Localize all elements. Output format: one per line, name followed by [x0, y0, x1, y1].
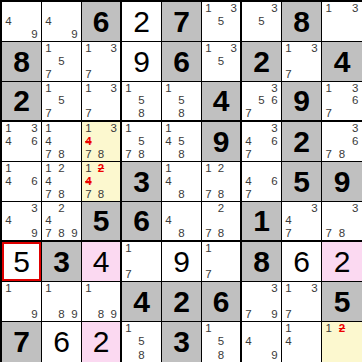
candidate-8: 8 — [175, 188, 188, 201]
cell-r3c9[interactable]: 1367 — [322, 82, 362, 122]
candidate-7: 7 — [322, 227, 335, 240]
cell-r3c3[interactable]: 137 — [82, 82, 122, 122]
candidate-4: 4 — [282, 335, 295, 348]
cell-r8c5[interactable]: 2 — [162, 282, 202, 322]
candidate-1: 1 — [42, 162, 55, 175]
candidate-9: 9 — [68, 227, 81, 240]
cell-r7c5[interactable]: 9 — [162, 242, 202, 282]
cell-r6c4[interactable]: 6 — [122, 202, 162, 242]
candidate-3: 3 — [308, 202, 321, 215]
cell-r3c1[interactable]: 2 — [2, 82, 42, 122]
pencilmarks: 49 — [2, 2, 41, 41]
candidate-8: 8 — [175, 148, 188, 161]
candidate-3: 3 — [107, 42, 120, 55]
pencilmarks: 347 — [282, 202, 321, 240]
candidate-6: 6 — [28, 175, 41, 188]
candidate-3: 3 — [28, 202, 41, 215]
candidate-7: 7 — [82, 188, 95, 201]
cell-r2c8[interactable]: 137 — [282, 42, 322, 82]
candidate-8: 8 — [175, 107, 188, 120]
candidate-1: 1 — [282, 322, 295, 335]
cell-r5c1[interactable]: 146 — [2, 162, 42, 202]
cell-r1c6[interactable]: 135 — [202, 2, 242, 42]
pencilmarks: 158 — [162, 82, 201, 120]
candidate-1: 1 — [202, 2, 215, 15]
candidate-7: 7 — [202, 227, 215, 240]
cell-r2c9[interactable]: 4 — [322, 42, 362, 82]
pencilmarks: 17 — [122, 242, 161, 281]
candidate-4: 4 — [42, 175, 55, 188]
pencilmarks: 158 — [122, 322, 161, 362]
candidate-4: 4 — [242, 335, 255, 348]
cell-r6c5[interactable]: 48 — [162, 202, 202, 242]
given-digit: 8 — [242, 242, 281, 281]
cell-r1c2[interactable]: 49 — [42, 2, 82, 42]
cell-r7c1-selected[interactable]: 5 — [2, 242, 42, 282]
candidate-7: 7 — [82, 148, 95, 161]
cell-r6c1[interactable]: 349 — [2, 202, 42, 242]
cell-r8c2[interactable]: 189 — [42, 282, 82, 322]
candidate-5: 5 — [215, 335, 228, 348]
candidate-6: 6 — [268, 95, 281, 108]
cell-r4c9[interactable]: 3678 — [322, 122, 362, 162]
candidate-4: 4 — [42, 215, 55, 228]
pencilmarks: 278 — [202, 202, 240, 240]
cell-r4c2[interactable]: 1478 — [42, 122, 82, 162]
pencilmarks: 1367 — [322, 82, 362, 120]
candidate-3: 3 — [308, 282, 321, 295]
given-digit: 5 — [82, 202, 120, 240]
given-digit: 2 — [282, 122, 321, 161]
candidate-5: 5 — [55, 55, 68, 68]
candidate-9: 9 — [268, 349, 281, 362]
candidate-6: 6 — [268, 175, 281, 188]
candidate-8: 8 — [215, 227, 228, 240]
cell-r7c8[interactable]: 6 — [282, 242, 322, 282]
candidate-7: 7 — [122, 268, 135, 281]
candidate-5: 5 — [135, 135, 148, 148]
candidate-6: 6 — [349, 135, 362, 148]
candidate-1: 1 — [322, 322, 335, 335]
candidate-8: 8 — [215, 188, 228, 201]
given-digit: 9 — [202, 122, 240, 161]
pencilmarks: 17 — [202, 242, 240, 281]
cell-r8c9[interactable]: 5 — [322, 282, 362, 322]
pencilmarks: 157 — [42, 82, 81, 120]
cell-r1c3[interactable]: 6 — [82, 2, 122, 42]
cell-r5c5[interactable]: 148 — [162, 162, 202, 202]
candidate-8: 8 — [55, 227, 68, 240]
candidate-7: 7 — [82, 107, 95, 120]
candidate-3: 3 — [268, 122, 281, 135]
given-digit: 1 — [242, 202, 281, 240]
cell-r9c8[interactable]: 14 — [282, 322, 322, 362]
cell-r3c8[interactable]: 9 — [282, 82, 322, 122]
candidate-7: 7 — [42, 68, 55, 81]
cell-r7c2[interactable]: 3 — [42, 242, 82, 282]
cell-r2c3[interactable]: 137 — [82, 42, 122, 82]
candidate-8: 8 — [95, 308, 108, 321]
pencilmarks: 135 — [202, 2, 240, 41]
candidate-3: 3 — [227, 2, 240, 15]
candidate-8: 8 — [175, 227, 188, 240]
given-digit: 4 — [202, 82, 240, 120]
cell-r7c4[interactable]: 17 — [122, 242, 162, 282]
pencilmarks: 3678 — [322, 122, 362, 161]
cell-r3c4[interactable]: 158 — [122, 82, 162, 122]
given-digit: 3 — [42, 242, 81, 281]
cell-r2c6[interactable]: 135 — [202, 42, 242, 82]
candidate-7: 7 — [202, 188, 215, 201]
given-digit: 2 — [2, 82, 41, 120]
cell-r6c6[interactable]: 278 — [202, 202, 242, 242]
candidate-1: 1 — [2, 282, 15, 295]
candidate-7: 7 — [282, 68, 295, 81]
solved-digit: 2 — [122, 2, 161, 41]
given-digit: 3 — [162, 322, 201, 362]
cell-r4c1[interactable]: 1346 — [2, 122, 42, 162]
candidate-4: 4 — [2, 135, 15, 148]
candidate-7: 7 — [282, 308, 295, 321]
candidate-2: 2 — [55, 202, 68, 215]
candidate-3: 3 — [268, 282, 281, 295]
given-digit: 9 — [282, 82, 321, 120]
pencilmarks: 137 — [82, 82, 120, 120]
candidate-5: 5 — [215, 15, 228, 28]
cell-r2c4[interactable]: 9 — [122, 42, 162, 82]
pencilmarks: 467 — [242, 162, 281, 201]
candidate-4: 4 — [242, 175, 255, 188]
candidate-5: 5 — [55, 95, 68, 108]
candidate-4: 4 — [162, 135, 175, 148]
candidate-9: 9 — [28, 308, 41, 321]
candidate-7: 7 — [322, 148, 335, 161]
candidate-9: 9 — [268, 308, 281, 321]
cell-r5c9[interactable]: 9 — [322, 162, 362, 202]
pencilmarks: 14 — [282, 322, 321, 362]
eliminated-candidate-2: 2 — [335, 322, 348, 335]
candidate-2: 2 — [55, 162, 68, 175]
cell-r8c6[interactable]: 6 — [202, 282, 242, 322]
pencilmarks: 3467 — [242, 122, 281, 161]
candidate-3: 3 — [349, 202, 362, 215]
candidate-1: 1 — [202, 42, 215, 55]
pencilmarks: 146 — [2, 162, 41, 201]
pencilmarks: 48 — [162, 202, 201, 240]
candidate-7: 7 — [202, 268, 215, 281]
candidate-7: 7 — [82, 68, 95, 81]
cell-r5c6[interactable]: 1278 — [202, 162, 242, 202]
given-digit: 4 — [322, 42, 362, 81]
given-digit: 6 — [202, 282, 240, 321]
solved-digit: 6 — [282, 242, 321, 281]
candidate-1: 1 — [2, 162, 15, 175]
candidate-3: 3 — [107, 82, 120, 95]
candidate-7: 7 — [242, 308, 255, 321]
candidate-8: 8 — [55, 308, 68, 321]
pencilmarks: 1578 — [122, 122, 161, 161]
candidate-5: 5 — [215, 55, 228, 68]
candidate-3: 3 — [227, 42, 240, 55]
pencilmarks: 24789 — [42, 202, 81, 240]
cell-r5c2[interactable]: 12478 — [42, 162, 82, 202]
cell-r9c2[interactable]: 6 — [42, 322, 82, 362]
pencilmarks: 189 — [82, 282, 120, 321]
cell-r9c9[interactable]: 12 — [322, 322, 362, 362]
cell-r5c7[interactable]: 467 — [242, 162, 282, 202]
candidate-1: 1 — [82, 162, 95, 175]
candidate-9: 9 — [28, 28, 41, 41]
candidate-4: 4 — [162, 175, 175, 188]
cell-r2c1[interactable]: 8 — [2, 42, 42, 82]
pencilmarks: 137 — [282, 42, 321, 81]
candidate-7: 7 — [242, 148, 255, 161]
candidate-3: 3 — [28, 122, 41, 135]
given-digit: 7 — [2, 322, 41, 362]
pencilmarks: 148 — [162, 162, 201, 201]
solved-digit: 2 — [82, 322, 120, 362]
solved-digit: 2 — [322, 242, 362, 281]
candidate-1: 1 — [82, 282, 95, 295]
eliminated-candidate-2: 2 — [95, 162, 108, 175]
candidate-1: 1 — [82, 42, 95, 55]
candidate-4: 4 — [282, 215, 295, 228]
candidate-7: 7 — [42, 107, 55, 120]
cell-r1c7[interactable]: 35 — [242, 2, 282, 42]
cell-r8c3[interactable]: 189 — [82, 282, 122, 322]
solved-digit: 4 — [82, 242, 120, 281]
candidate-4: 4 — [242, 135, 255, 148]
candidate-1: 1 — [202, 242, 215, 255]
given-digit: 9 — [322, 162, 362, 201]
candidate-4: 4 — [2, 15, 15, 28]
pencilmarks: 1478 — [42, 122, 81, 161]
pencilmarks: 189 — [42, 282, 81, 321]
pencilmarks: 158 — [122, 82, 161, 120]
candidate-5: 5 — [135, 95, 148, 108]
cell-r1c5[interactable]: 7 — [162, 2, 202, 42]
candidate-1: 1 — [122, 322, 135, 335]
given-digit: 8 — [2, 42, 41, 81]
pencilmarks: 17824 — [82, 162, 120, 201]
candidate-3: 3 — [268, 82, 281, 95]
candidate-1: 1 — [162, 162, 175, 175]
pencilmarks: 135 — [202, 42, 240, 81]
cell-r8c4[interactable]: 4 — [122, 282, 162, 322]
cell-r9c4[interactable]: 158 — [122, 322, 162, 362]
pencilmarks: 12478 — [42, 162, 81, 201]
candidate-8: 8 — [335, 148, 348, 161]
candidate-7: 7 — [242, 188, 255, 201]
cell-r9c1[interactable]: 7 — [2, 322, 42, 362]
pencilmarks: 379 — [242, 282, 281, 321]
cell-r8c8[interactable]: 137 — [282, 282, 322, 322]
solved-digit: 9 — [162, 242, 201, 281]
given-digit: 6 — [82, 2, 120, 41]
candidate-1: 1 — [282, 282, 295, 295]
cell-r7c9[interactable]: 2 — [322, 242, 362, 282]
pencilmarks: 3567 — [242, 82, 281, 120]
candidate-3: 3 — [107, 122, 120, 135]
cell-r8c7[interactable]: 379 — [242, 282, 282, 322]
given-digit: 2 — [242, 42, 281, 81]
pencilmarks: 378 — [322, 202, 362, 240]
candidate-8: 8 — [335, 227, 348, 240]
pencilmarks: 137 — [282, 282, 321, 321]
candidate-7: 7 — [42, 227, 55, 240]
candidate-8: 8 — [135, 148, 148, 161]
candidate-9: 9 — [68, 308, 81, 321]
pencilmarks: 35 — [242, 2, 281, 41]
pencilmarks: 1458 — [162, 122, 201, 161]
candidate-1: 1 — [202, 162, 215, 175]
candidate-4: 4 — [2, 175, 15, 188]
eliminated-candidate-4: 4 — [82, 175, 95, 188]
candidate-9: 9 — [28, 227, 41, 240]
cell-r5c8[interactable]: 5 — [282, 162, 322, 202]
eliminated-candidate-4: 4 — [82, 135, 95, 148]
candidate-5: 5 — [135, 335, 148, 348]
candidate-5: 5 — [175, 135, 188, 148]
pencilmarks: 1346 — [2, 122, 41, 161]
cell-r2c5[interactable]: 6 — [162, 42, 202, 82]
solved-digit: 5 — [2, 242, 41, 281]
candidate-1: 1 — [122, 242, 135, 255]
cell-r6c9[interactable]: 378 — [322, 202, 362, 242]
candidate-1: 1 — [42, 282, 55, 295]
candidate-3: 3 — [349, 122, 362, 135]
candidate-1: 1 — [42, 122, 55, 135]
candidate-5: 5 — [255, 15, 268, 28]
candidate-3: 3 — [349, 82, 362, 95]
candidate-1: 1 — [42, 82, 55, 95]
cell-r9c5[interactable]: 3 — [162, 322, 202, 362]
candidate-3: 3 — [268, 2, 281, 15]
given-digit: 3 — [122, 162, 161, 201]
cell-r7c3[interactable]: 4 — [82, 242, 122, 282]
cell-r6c3[interactable]: 5 — [82, 202, 122, 242]
pencilmarks: 12 — [322, 322, 362, 362]
candidate-1: 1 — [42, 42, 55, 55]
candidate-1: 1 — [322, 82, 335, 95]
cell-r4c8[interactable]: 2 — [282, 122, 322, 162]
candidate-4: 4 — [42, 15, 55, 28]
cell-r6c8[interactable]: 347 — [282, 202, 322, 242]
sudoku-board: 4949627135358138157137961352137421571371… — [0, 0, 362, 362]
candidate-1: 1 — [162, 122, 175, 135]
cell-r4c5[interactable]: 1458 — [162, 122, 202, 162]
solved-digit: 6 — [42, 322, 81, 362]
given-digit: 5 — [322, 282, 362, 321]
cell-r7c6[interactable]: 17 — [202, 242, 242, 282]
cell-r3c2[interactable]: 157 — [42, 82, 82, 122]
candidate-1: 1 — [82, 122, 95, 135]
candidate-1: 1 — [202, 322, 215, 335]
solved-digit: 9 — [122, 42, 161, 81]
candidate-3: 3 — [308, 42, 321, 55]
given-digit: 6 — [122, 202, 161, 240]
candidate-7: 7 — [282, 227, 295, 240]
cell-r5c4[interactable]: 3 — [122, 162, 162, 202]
candidate-9: 9 — [107, 308, 120, 321]
candidate-1: 1 — [122, 122, 135, 135]
candidate-1: 1 — [2, 122, 15, 135]
candidate-9: 9 — [68, 28, 81, 41]
pencilmarks: 157 — [42, 42, 81, 81]
candidate-2: 2 — [215, 202, 228, 215]
cell-r3c5[interactable]: 158 — [162, 82, 202, 122]
cell-r2c2[interactable]: 157 — [42, 42, 82, 82]
pencilmarks: 158 — [202, 322, 240, 362]
candidate-7: 7 — [42, 188, 55, 201]
candidate-3: 3 — [349, 2, 362, 15]
pencilmarks: 137 — [82, 42, 120, 81]
cell-r4c7[interactable]: 3467 — [242, 122, 282, 162]
candidate-7: 7 — [242, 107, 255, 120]
candidate-6: 6 — [268, 135, 281, 148]
pencilmarks: 19 — [2, 282, 41, 321]
candidate-2: 2 — [215, 162, 228, 175]
candidate-8: 8 — [215, 349, 228, 362]
candidate-8: 8 — [55, 188, 68, 201]
cell-r1c8[interactable]: 8 — [282, 2, 322, 42]
cell-r4c4[interactable]: 1578 — [122, 122, 162, 162]
candidate-1: 1 — [322, 2, 335, 15]
candidate-4: 4 — [162, 215, 175, 228]
cell-r6c2[interactable]: 24789 — [42, 202, 82, 242]
cell-r3c6[interactable]: 4 — [202, 82, 242, 122]
cell-r7c7[interactable]: 8 — [242, 242, 282, 282]
candidate-5: 5 — [255, 95, 268, 108]
cell-r5c3[interactable]: 17824 — [82, 162, 122, 202]
candidate-7: 7 — [322, 107, 335, 120]
given-digit: 4 — [122, 282, 161, 321]
candidate-8: 8 — [55, 148, 68, 161]
given-digit: 7 — [162, 2, 201, 41]
candidate-8: 8 — [95, 148, 108, 161]
cell-r1c4[interactable]: 2 — [122, 2, 162, 42]
pencilmarks: 349 — [2, 202, 41, 240]
candidate-1: 1 — [282, 42, 295, 55]
cell-r4c3[interactable]: 13784 — [82, 122, 122, 162]
candidate-7: 7 — [42, 148, 55, 161]
given-digit: 8 — [282, 2, 321, 41]
candidate-4: 4 — [42, 135, 55, 148]
cell-r3c7[interactable]: 3567 — [242, 82, 282, 122]
candidate-6: 6 — [349, 95, 362, 108]
candidate-6: 6 — [28, 135, 41, 148]
cell-r6c7[interactable]: 1 — [242, 202, 282, 242]
given-digit: 6 — [162, 42, 201, 81]
cell-r2c7[interactable]: 2 — [242, 42, 282, 82]
candidate-8: 8 — [135, 107, 148, 120]
candidate-1: 1 — [122, 82, 135, 95]
candidate-1: 1 — [82, 82, 95, 95]
cell-r4c6[interactable]: 9 — [202, 122, 242, 162]
cell-r1c9[interactable]: 13 — [322, 2, 362, 42]
candidate-8: 8 — [95, 188, 108, 201]
pencilmarks: 49 — [242, 322, 281, 362]
given-digit: 5 — [282, 162, 321, 201]
cell-r9c6[interactable]: 158 — [202, 322, 242, 362]
pencilmarks: 13 — [322, 2, 362, 41]
cell-r9c7[interactable]: 49 — [242, 322, 282, 362]
cell-r8c1[interactable]: 19 — [2, 282, 42, 322]
cell-r1c1[interactable]: 49 — [2, 2, 42, 42]
candidate-7: 7 — [122, 148, 135, 161]
given-digit: 2 — [162, 282, 201, 321]
cell-r9c3[interactable]: 2 — [82, 322, 122, 362]
